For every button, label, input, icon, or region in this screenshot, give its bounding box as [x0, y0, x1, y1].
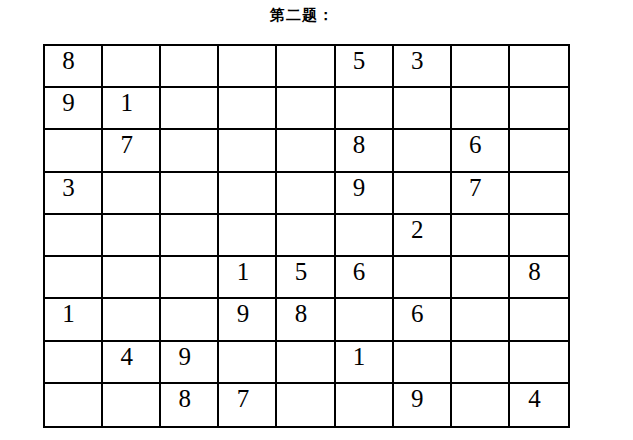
cell-r4c4: [219, 173, 277, 215]
cell-r9c7: 9: [394, 384, 452, 426]
cell-r6c4: 1: [219, 257, 277, 299]
cell-r9c4: 7: [219, 384, 277, 426]
cell-r8c1: [45, 342, 103, 384]
cell-r6c8: [452, 257, 510, 299]
cell-r4c9: [510, 173, 568, 215]
cell-r6c7: [394, 257, 452, 299]
cell-r2c2: 1: [103, 88, 161, 130]
cell-r8c8: [452, 342, 510, 384]
cell-r5c4: [219, 215, 277, 257]
cell-r3c4: [219, 130, 277, 172]
cell-r8c7: [394, 342, 452, 384]
cell-r3c1: [45, 130, 103, 172]
cell-r3c6: 8: [336, 130, 394, 172]
document-page: 第二题： 853917863972156819864918794: [0, 0, 633, 440]
cell-r5c8: [452, 215, 510, 257]
puzzle-title: 第二题：: [0, 6, 604, 25]
cell-r2c1: 9: [45, 88, 103, 130]
cell-r7c1: 1: [45, 299, 103, 341]
cell-r3c7: [394, 130, 452, 172]
cell-r6c9: 8: [510, 257, 568, 299]
cell-r5c9: [510, 215, 568, 257]
cell-r8c2: 4: [103, 342, 161, 384]
cell-r4c2: [103, 173, 161, 215]
cell-r7c3: [161, 299, 219, 341]
cell-r6c1: [45, 257, 103, 299]
cell-r3c9: [510, 130, 568, 172]
cell-r4c7: [394, 173, 452, 215]
cell-r8c9: [510, 342, 568, 384]
cell-r9c6: [336, 384, 394, 426]
cell-r2c9: [510, 88, 568, 130]
cell-r6c6: 6: [336, 257, 394, 299]
cell-r9c9: 4: [510, 384, 568, 426]
cell-r7c6: [336, 299, 394, 341]
cell-r5c6: [336, 215, 394, 257]
cell-r1c1: 8: [45, 46, 103, 88]
cell-r1c6: 5: [336, 46, 394, 88]
cell-r1c8: [452, 46, 510, 88]
cell-r5c7: 2: [394, 215, 452, 257]
cell-r2c3: [161, 88, 219, 130]
cell-r3c5: [277, 130, 335, 172]
cell-r7c4: 9: [219, 299, 277, 341]
cell-r4c1: 3: [45, 173, 103, 215]
cell-r1c4: [219, 46, 277, 88]
cell-r9c2: [103, 384, 161, 426]
cell-r6c5: 5: [277, 257, 335, 299]
cell-r8c6: 1: [336, 342, 394, 384]
cell-r2c6: [336, 88, 394, 130]
cell-r3c3: [161, 130, 219, 172]
cell-r1c5: [277, 46, 335, 88]
cell-r5c5: [277, 215, 335, 257]
cell-r2c7: [394, 88, 452, 130]
cell-r4c6: 9: [336, 173, 394, 215]
cell-r8c4: [219, 342, 277, 384]
cell-r1c2: [103, 46, 161, 88]
cell-r7c2: [103, 299, 161, 341]
cell-r9c1: [45, 384, 103, 426]
cell-r9c3: 8: [161, 384, 219, 426]
cell-r3c2: 7: [103, 130, 161, 172]
cell-r6c3: [161, 257, 219, 299]
cell-r4c8: 7: [452, 173, 510, 215]
cell-r5c2: [103, 215, 161, 257]
cell-r5c3: [161, 215, 219, 257]
cell-r1c3: [161, 46, 219, 88]
cell-r7c9: [510, 299, 568, 341]
cell-r7c7: 6: [394, 299, 452, 341]
cell-r2c4: [219, 88, 277, 130]
cell-r5c1: [45, 215, 103, 257]
cell-r1c9: [510, 46, 568, 88]
cell-r9c8: [452, 384, 510, 426]
cell-r1c7: 3: [394, 46, 452, 88]
cell-r7c5: 8: [277, 299, 335, 341]
cell-r8c5: [277, 342, 335, 384]
cell-r7c8: [452, 299, 510, 341]
cell-r9c5: [277, 384, 335, 426]
cell-r4c5: [277, 173, 335, 215]
cell-r2c8: [452, 88, 510, 130]
cell-r8c3: 9: [161, 342, 219, 384]
cell-r3c8: 6: [452, 130, 510, 172]
cell-r2c5: [277, 88, 335, 130]
cell-r4c3: [161, 173, 219, 215]
sudoku-board: 853917863972156819864918794: [43, 44, 570, 428]
cell-r6c2: [103, 257, 161, 299]
